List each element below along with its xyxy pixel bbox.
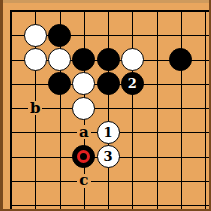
go-board: abc213 [0, 0, 211, 211]
stone-black: 2 [121, 72, 144, 95]
move-number-label: 2 [128, 77, 137, 90]
point-label-b: b [28, 101, 42, 115]
stone-white: 1 [97, 121, 120, 144]
stone-white [72, 97, 95, 120]
stone-white [24, 48, 47, 71]
stone-white: 3 [97, 145, 120, 168]
board-edge-right [209, 0, 211, 211]
stone-white [72, 72, 95, 95]
point-label-a: a [77, 125, 91, 139]
stone-white [48, 48, 71, 71]
stone-black [48, 72, 71, 95]
stone-white [121, 48, 144, 71]
point-label-c: c [77, 174, 91, 188]
board-edge-bottom [0, 209, 211, 211]
move-number-label: 1 [103, 126, 112, 139]
move-number-label: 3 [103, 150, 112, 163]
grid-line [181, 10, 182, 211]
circle-mark [77, 150, 90, 163]
stone-black [169, 48, 192, 71]
grid-line [205, 10, 206, 211]
stone-black [48, 24, 71, 47]
stone-black [97, 72, 120, 95]
stone-white [24, 24, 47, 47]
stone-black [72, 48, 95, 71]
stone-black [97, 48, 120, 71]
board-edge-top [0, 0, 211, 3]
grid-line [10, 205, 211, 206]
board-edge-left [0, 0, 3, 211]
stone-black [72, 145, 95, 168]
